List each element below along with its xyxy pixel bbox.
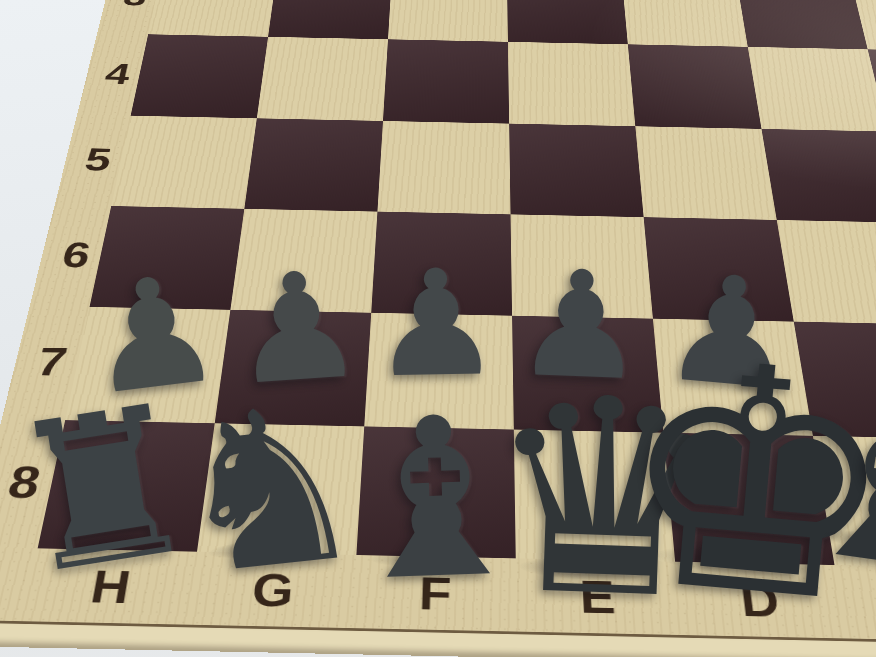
square-e5[interactable] xyxy=(509,124,643,218)
square-h5[interactable] xyxy=(111,116,257,209)
square-f3[interactable] xyxy=(388,0,508,42)
square-g5[interactable] xyxy=(244,118,383,211)
square-h3[interactable] xyxy=(148,0,278,37)
square-h4[interactable] xyxy=(131,34,268,118)
square-g3[interactable] xyxy=(268,0,392,39)
square-f5[interactable] xyxy=(377,121,510,214)
chessboard-photo: 345678 HGFEDCBA ♟♟♟♟♟♜♞♝♛♚♝ xyxy=(0,0,876,657)
square-e4[interactable] xyxy=(508,42,635,126)
square-c4[interactable] xyxy=(748,47,876,132)
black-pawn-f7[interactable]: ♟ xyxy=(370,249,503,367)
square-e3[interactable] xyxy=(507,0,628,44)
square-d3[interactable] xyxy=(621,0,748,47)
square-d5[interactable] xyxy=(635,126,776,220)
square-g4[interactable] xyxy=(257,37,388,121)
square-f4[interactable] xyxy=(383,39,509,123)
square-d4[interactable] xyxy=(628,44,762,129)
square-c5[interactable] xyxy=(761,129,876,223)
square-c3[interactable] xyxy=(735,0,867,49)
